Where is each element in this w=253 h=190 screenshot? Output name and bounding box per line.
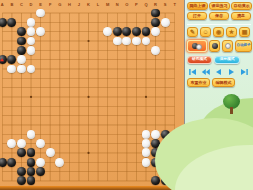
board-cell[interactable] <box>55 83 65 92</box>
board-cell[interactable] <box>112 158 122 167</box>
board-cell[interactable] <box>84 158 94 167</box>
board-cell[interactable] <box>45 74 55 83</box>
board-cell[interactable] <box>65 130 75 139</box>
board-cell[interactable] <box>132 130 142 139</box>
board-cell[interactable] <box>36 64 46 73</box>
board-cell[interactable] <box>132 8 142 17</box>
board-cell[interactable] <box>132 74 142 83</box>
board-cell[interactable] <box>170 55 180 64</box>
board-cell[interactable] <box>26 158 36 167</box>
board-cell[interactable] <box>112 55 122 64</box>
board-cell[interactable] <box>160 102 170 111</box>
board-cell[interactable] <box>141 27 151 36</box>
board-cell[interactable] <box>17 64 27 73</box>
board-cell[interactable] <box>151 46 161 55</box>
board-cell[interactable] <box>55 18 65 27</box>
board-cell[interactable] <box>112 139 122 148</box>
board-cell[interactable] <box>160 83 170 92</box>
board-cell[interactable] <box>103 83 113 92</box>
board-cell[interactable] <box>84 102 94 111</box>
board-cell[interactable] <box>151 36 161 45</box>
board-cell[interactable] <box>170 74 180 83</box>
board-cell[interactable] <box>93 148 103 157</box>
board-cell[interactable] <box>36 158 46 167</box>
board-cell[interactable] <box>84 130 94 139</box>
board-cell[interactable] <box>65 111 75 120</box>
board-cell[interactable] <box>26 176 36 185</box>
board-cell[interactable] <box>112 92 122 101</box>
board-cell[interactable] <box>160 8 170 17</box>
board-cell[interactable] <box>7 83 17 92</box>
board-cell[interactable] <box>36 111 46 120</box>
board-cell[interactable] <box>93 92 103 101</box>
board-cell[interactable] <box>65 27 75 36</box>
board-cell[interactable] <box>0 27 7 36</box>
board-cell[interactable] <box>65 139 75 148</box>
board-cell[interactable] <box>26 46 36 55</box>
board-cell[interactable] <box>103 158 113 167</box>
board-cell[interactable] <box>93 102 103 111</box>
board-cell[interactable] <box>45 102 55 111</box>
board-cell[interactable] <box>84 18 94 27</box>
board-cell[interactable] <box>45 83 55 92</box>
board-cell[interactable] <box>132 158 142 167</box>
board-cell[interactable] <box>55 92 65 101</box>
board-cell[interactable] <box>0 64 7 73</box>
board-cell[interactable] <box>26 92 36 101</box>
board-cell[interactable] <box>132 36 142 45</box>
board-cell[interactable] <box>103 36 113 45</box>
board-cell[interactable] <box>0 55 7 64</box>
board-cell[interactable] <box>151 64 161 73</box>
board-cell[interactable] <box>151 102 161 111</box>
board-cell[interactable] <box>65 158 75 167</box>
board-cell[interactable] <box>74 92 84 101</box>
board-cell[interactable] <box>122 102 132 111</box>
board-cell[interactable] <box>122 18 132 27</box>
board-cell[interactable] <box>17 18 27 27</box>
board-cell[interactable] <box>170 111 180 120</box>
board-cell[interactable] <box>0 167 7 176</box>
board-cell[interactable] <box>93 18 103 27</box>
board-cell[interactable] <box>7 46 17 55</box>
board-cell[interactable] <box>74 176 84 185</box>
board-cell[interactable] <box>0 158 7 167</box>
board-cell[interactable] <box>36 176 46 185</box>
board-cell[interactable] <box>55 74 65 83</box>
board-cell[interactable] <box>93 83 103 92</box>
board-cell[interactable] <box>112 64 122 73</box>
board-cell[interactable] <box>7 148 17 157</box>
smiley-reward-button[interactable]: ☺ <box>200 27 211 37</box>
clear-board-button[interactable]: 清盘 <box>231 12 251 20</box>
board-cell[interactable] <box>65 176 75 185</box>
board-cell[interactable] <box>132 120 142 129</box>
board-cell[interactable] <box>112 46 122 55</box>
board-cell[interactable] <box>112 148 122 157</box>
board-cell[interactable] <box>26 120 36 129</box>
board-cell[interactable] <box>65 46 75 55</box>
class-practice-button[interactable]: 课堂练习 <box>209 2 230 10</box>
board-cell[interactable] <box>160 74 170 83</box>
board-cell[interactable] <box>132 46 142 55</box>
board-cell[interactable] <box>55 130 65 139</box>
board-cell[interactable] <box>160 111 170 120</box>
board-cell[interactable] <box>84 92 94 101</box>
board-cell[interactable] <box>0 46 7 55</box>
board-cell[interactable] <box>122 130 132 139</box>
research-mode-pill[interactable]: 研究模式 <box>187 56 212 64</box>
playback-next-icon[interactable] <box>227 68 236 76</box>
board-cell[interactable] <box>84 27 94 36</box>
white-stone-mode-button[interactable] <box>222 40 233 52</box>
board-cell[interactable] <box>122 36 132 45</box>
board-cell[interactable] <box>84 139 94 148</box>
board-cell[interactable] <box>122 83 132 92</box>
board-cell[interactable] <box>74 158 84 167</box>
board-cell[interactable] <box>103 27 113 36</box>
board-cell[interactable] <box>7 36 17 45</box>
board-cell[interactable] <box>17 102 27 111</box>
board-cell[interactable] <box>55 64 65 73</box>
board-cell[interactable] <box>74 148 84 157</box>
board-cell[interactable] <box>141 36 151 45</box>
board-cell[interactable] <box>170 46 180 55</box>
board-cell[interactable] <box>151 120 161 129</box>
board-cell[interactable] <box>84 46 94 55</box>
board-cell[interactable] <box>170 102 180 111</box>
board-cell[interactable] <box>0 8 7 17</box>
board-cell[interactable] <box>93 64 103 73</box>
board-cell[interactable] <box>36 92 46 101</box>
board-cell[interactable] <box>141 74 151 83</box>
board-cell[interactable] <box>36 139 46 148</box>
board-cell[interactable] <box>160 92 170 101</box>
board-cell[interactable] <box>7 158 17 167</box>
board-cell[interactable] <box>93 36 103 45</box>
board-cell[interactable] <box>93 74 103 83</box>
board-cell[interactable] <box>112 83 122 92</box>
playback-last-icon[interactable] <box>240 68 249 76</box>
board-cell[interactable] <box>45 46 55 55</box>
board-cell[interactable] <box>132 92 142 101</box>
board-cell[interactable] <box>36 83 46 92</box>
board-cell[interactable] <box>0 74 7 83</box>
board-cell[interactable] <box>151 74 161 83</box>
board-cell[interactable] <box>45 148 55 157</box>
board-cell[interactable] <box>141 139 151 148</box>
board-cell[interactable] <box>26 111 36 120</box>
board-cell[interactable] <box>103 139 113 148</box>
board-cell[interactable] <box>0 130 7 139</box>
board-cell[interactable] <box>84 176 94 185</box>
board-cell[interactable] <box>160 55 170 64</box>
board-cell[interactable] <box>26 36 36 45</box>
board-cell[interactable] <box>151 27 161 36</box>
board-cell[interactable] <box>45 55 55 64</box>
board-cell[interactable] <box>170 92 180 101</box>
board-cell[interactable] <box>93 46 103 55</box>
board-cell[interactable] <box>0 83 7 92</box>
board-cell[interactable] <box>17 46 27 55</box>
board-cell[interactable] <box>122 55 132 64</box>
board-cell[interactable] <box>65 8 75 17</box>
board-cell[interactable] <box>122 74 132 83</box>
board-cell[interactable] <box>17 176 27 185</box>
board-cell[interactable] <box>74 55 84 64</box>
board-cell[interactable] <box>45 139 55 148</box>
board-cell[interactable] <box>55 111 65 120</box>
board-cell[interactable] <box>0 120 7 129</box>
board-cell[interactable] <box>151 55 161 64</box>
board-cell[interactable] <box>93 139 103 148</box>
board-cell[interactable] <box>112 102 122 111</box>
board-cell[interactable] <box>141 102 151 111</box>
board-cell[interactable] <box>36 8 46 17</box>
board-cell[interactable] <box>103 74 113 83</box>
board-cell[interactable] <box>7 64 17 73</box>
board-cell[interactable] <box>65 102 75 111</box>
board-cell[interactable] <box>103 111 113 120</box>
board-cell[interactable] <box>0 148 7 157</box>
board-cell[interactable] <box>26 148 36 157</box>
board-cell[interactable] <box>112 8 122 17</box>
board-cell[interactable] <box>0 36 7 45</box>
board-cell[interactable] <box>132 64 142 73</box>
board-cell[interactable] <box>26 8 36 17</box>
board-cell[interactable] <box>103 120 113 129</box>
board-cell[interactable] <box>7 120 17 129</box>
board-cell[interactable] <box>103 167 113 176</box>
board-cell[interactable] <box>160 36 170 45</box>
board-cell[interactable] <box>84 64 94 73</box>
board-cell[interactable] <box>160 18 170 27</box>
board-cell[interactable] <box>122 176 132 185</box>
board-cell[interactable] <box>36 74 46 83</box>
board-cell[interactable] <box>93 55 103 64</box>
board-cell[interactable] <box>36 36 46 45</box>
board-cell[interactable] <box>55 167 65 176</box>
board-cell[interactable] <box>17 92 27 101</box>
board-cell[interactable] <box>141 46 151 55</box>
board-cell[interactable] <box>103 92 113 101</box>
board-cell[interactable] <box>7 111 17 120</box>
medal-reward-button[interactable]: ★ <box>226 27 237 37</box>
board-cell[interactable] <box>141 64 151 73</box>
board-cell[interactable] <box>0 18 7 27</box>
board-cell[interactable] <box>93 8 103 17</box>
board-cell[interactable] <box>74 46 84 55</box>
board-cell[interactable] <box>36 167 46 176</box>
coin-reward-button[interactable]: ◉ <box>213 27 224 37</box>
board-cell[interactable] <box>45 92 55 101</box>
assign-homework-button[interactable]: 布置作业 <box>187 78 210 87</box>
board-cell[interactable] <box>122 120 132 129</box>
board-cell[interactable] <box>122 92 132 101</box>
board-cell[interactable] <box>141 167 151 176</box>
board-cell[interactable] <box>17 139 27 148</box>
demo-mode-pill[interactable]: 演示模式 <box>214 56 240 64</box>
board-cell[interactable] <box>7 55 17 64</box>
board-cell[interactable] <box>45 167 55 176</box>
board-cell[interactable] <box>132 55 142 64</box>
board-cell[interactable] <box>160 120 170 129</box>
board-cell[interactable] <box>160 64 170 73</box>
board-cell[interactable] <box>7 167 17 176</box>
board-cell[interactable] <box>45 158 55 167</box>
board-cell[interactable] <box>36 46 46 55</box>
board-cell[interactable] <box>122 46 132 55</box>
board-cell[interactable] <box>17 130 27 139</box>
board-cell[interactable] <box>26 27 36 36</box>
board-cell[interactable] <box>132 139 142 148</box>
board-cell[interactable] <box>45 8 55 17</box>
board-cell[interactable] <box>0 139 7 148</box>
board-cell[interactable] <box>7 8 17 17</box>
board-cell[interactable] <box>84 111 94 120</box>
board-cell[interactable] <box>55 46 65 55</box>
board-cell[interactable] <box>151 176 161 185</box>
board-cell[interactable] <box>122 111 132 120</box>
save-button[interactable]: 保存 <box>209 12 229 20</box>
board-cell[interactable] <box>55 176 65 185</box>
alternate-stone-mode-button[interactable] <box>187 40 207 52</box>
board-cell[interactable] <box>7 130 17 139</box>
board-cell[interactable] <box>45 130 55 139</box>
pen-tool-button[interactable]: ✎ <box>187 27 198 37</box>
board-cell[interactable] <box>0 102 7 111</box>
board-cell[interactable] <box>84 83 94 92</box>
board-cell[interactable] <box>17 36 27 45</box>
board-cell[interactable] <box>55 27 65 36</box>
board-cell[interactable] <box>112 130 122 139</box>
board-cell[interactable] <box>74 8 84 17</box>
board-cell[interactable] <box>65 167 75 176</box>
board-cell[interactable] <box>55 148 65 157</box>
board-cell[interactable] <box>17 83 27 92</box>
open-button[interactable]: 打开 <box>187 12 207 20</box>
board-cell[interactable] <box>103 8 113 17</box>
board-cell[interactable] <box>93 27 103 36</box>
board-cell[interactable] <box>36 148 46 157</box>
board-cell[interactable] <box>55 8 65 17</box>
board-cell[interactable] <box>122 158 132 167</box>
board-cell[interactable] <box>160 46 170 55</box>
board-cell[interactable] <box>65 18 75 27</box>
board-cell[interactable] <box>74 64 84 73</box>
playback-first-icon[interactable] <box>188 68 197 76</box>
board-cell[interactable] <box>55 139 65 148</box>
board-cell[interactable] <box>0 111 7 120</box>
board-cell[interactable] <box>26 139 36 148</box>
board-cell[interactable] <box>132 111 142 120</box>
board-cell[interactable] <box>65 74 75 83</box>
board-cell[interactable] <box>141 18 151 27</box>
board-cell[interactable] <box>65 64 75 73</box>
board-cell[interactable] <box>132 83 142 92</box>
board-cell[interactable] <box>112 111 122 120</box>
board-cell[interactable] <box>45 18 55 27</box>
board-cell[interactable] <box>65 92 75 101</box>
board-cell[interactable] <box>132 27 142 36</box>
board-cell[interactable] <box>55 55 65 64</box>
board-cell[interactable] <box>7 102 17 111</box>
board-cell[interactable] <box>170 36 180 45</box>
board-cell[interactable] <box>103 148 113 157</box>
board-cell[interactable] <box>74 36 84 45</box>
board-cell[interactable] <box>55 102 65 111</box>
board-cell[interactable] <box>17 167 27 176</box>
board-cell[interactable] <box>55 158 65 167</box>
board-cell[interactable] <box>55 36 65 45</box>
board-cell[interactable] <box>141 158 151 167</box>
board-cell[interactable] <box>103 130 113 139</box>
board-cell[interactable] <box>84 148 94 157</box>
board-cell[interactable] <box>84 8 94 17</box>
board-cell[interactable] <box>55 120 65 129</box>
board-cell[interactable] <box>26 130 36 139</box>
board-cell[interactable] <box>122 8 132 17</box>
board-cell[interactable] <box>132 167 142 176</box>
board-cell[interactable] <box>74 130 84 139</box>
board-cell[interactable] <box>112 120 122 129</box>
auto-capture-button[interactable]: 自动提子 <box>235 40 252 52</box>
board-cell[interactable] <box>65 36 75 45</box>
board-cell[interactable] <box>132 176 142 185</box>
black-stone-mode-button[interactable] <box>209 40 220 52</box>
board-cell[interactable] <box>103 46 113 55</box>
board-cell[interactable] <box>103 64 113 73</box>
board-cell[interactable] <box>26 55 36 64</box>
board-cell[interactable] <box>93 158 103 167</box>
board-cell[interactable] <box>84 74 94 83</box>
board-cell[interactable] <box>45 120 55 129</box>
board-cell[interactable] <box>45 64 55 73</box>
board-cell[interactable] <box>141 8 151 17</box>
board-cell[interactable] <box>151 18 161 27</box>
board-cell[interactable] <box>17 120 27 129</box>
board-cell[interactable] <box>151 130 161 139</box>
board-cell[interactable] <box>112 36 122 45</box>
board-cell[interactable] <box>141 120 151 129</box>
board-cell[interactable] <box>141 92 151 101</box>
board-cell[interactable] <box>7 74 17 83</box>
board-cell[interactable] <box>170 18 180 27</box>
board-cell[interactable] <box>141 83 151 92</box>
marker-tool-button[interactable]: ▦ <box>239 27 250 37</box>
stones-grid[interactable] <box>0 8 179 185</box>
board-cell[interactable] <box>36 27 46 36</box>
board-cell[interactable] <box>151 83 161 92</box>
board-cell[interactable] <box>7 18 17 27</box>
board-cell[interactable] <box>74 83 84 92</box>
board-cell[interactable] <box>17 55 27 64</box>
board-cell[interactable] <box>17 74 27 83</box>
board-cell[interactable] <box>151 8 161 17</box>
board-cell[interactable] <box>45 111 55 120</box>
board-cell[interactable] <box>17 8 27 17</box>
board-cell[interactable] <box>112 27 122 36</box>
board-cell[interactable] <box>122 27 132 36</box>
board-cell[interactable] <box>74 102 84 111</box>
board-cell[interactable] <box>84 167 94 176</box>
board-cell[interactable] <box>74 111 84 120</box>
board-cell[interactable] <box>65 148 75 157</box>
board-cell[interactable] <box>0 176 7 185</box>
board-cell[interactable] <box>170 27 180 36</box>
auto-demo-button[interactable]: 自动演示 <box>231 2 252 10</box>
board-cell[interactable] <box>103 176 113 185</box>
